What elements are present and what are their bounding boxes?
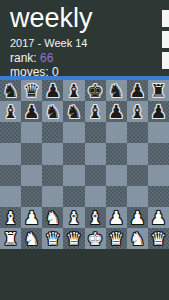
piece-white-queen: ♛ (45, 228, 61, 249)
piece-black-rook: ♜ (150, 80, 166, 101)
square-e4[interactable] (85, 165, 106, 186)
header: weekly 2017 - Week 14 rank: 66 moves: 0 (0, 0, 169, 76)
page-title: weekly (10, 3, 93, 34)
square-a5[interactable] (0, 143, 21, 164)
square-c6[interactable] (42, 122, 63, 143)
square-d1[interactable]: ♛ (63, 228, 84, 249)
piece-white-queen: ♛ (66, 228, 82, 249)
piece-white-queen: ♛ (150, 228, 166, 249)
square-g2[interactable]: ♟ (127, 207, 148, 228)
piece-white-pawn: ♟ (108, 207, 124, 228)
square-c2[interactable]: ♞ (42, 207, 63, 228)
square-e6[interactable] (85, 122, 106, 143)
square-e1[interactable]: ♚ (85, 228, 106, 249)
square-a6[interactable] (0, 122, 21, 143)
square-d4[interactable] (63, 165, 84, 186)
piece-black-bishop: ♝ (2, 101, 18, 122)
square-f1[interactable]: ♛ (106, 228, 127, 249)
piece-white-bishop: ♝ (66, 207, 82, 228)
square-h1[interactable]: ♛ (148, 228, 169, 249)
square-b4[interactable] (21, 165, 42, 186)
week-subtitle: 2017 - Week 14 (10, 37, 87, 49)
square-d6[interactable] (63, 122, 84, 143)
piece-white-rook: ♜ (2, 228, 18, 249)
piece-black-knight: ♞ (45, 101, 61, 122)
piece-black-bishop: ♝ (87, 101, 103, 122)
square-f5[interactable] (106, 143, 127, 164)
square-c8[interactable]: ♟ (42, 80, 63, 101)
rank-value: 66 (40, 51, 53, 65)
square-e8[interactable]: ♚ (85, 80, 106, 101)
square-c4[interactable] (42, 165, 63, 186)
square-b5[interactable] (21, 143, 42, 164)
square-g8[interactable]: ♟ (127, 80, 148, 101)
rank-label: rank: (10, 51, 40, 65)
app-screen: weekly 2017 - Week 14 rank: 66 moves: 0 … (0, 0, 169, 300)
square-d7[interactable]: ♞ (63, 101, 84, 122)
piece-black-pawn: ♟ (150, 101, 166, 122)
square-c7[interactable]: ♞ (42, 101, 63, 122)
square-g1[interactable]: ♞ (127, 228, 148, 249)
square-g6[interactable] (127, 122, 148, 143)
square-b8[interactable]: ♛ (21, 80, 42, 101)
square-b1[interactable]: ♞ (21, 228, 42, 249)
piece-white-bishop: ♝ (2, 207, 18, 228)
piece-white-knight: ♞ (45, 207, 61, 228)
square-e7[interactable]: ♝ (85, 101, 106, 122)
square-d2[interactable]: ♝ (63, 207, 84, 228)
square-b7[interactable]: ♟ (21, 101, 42, 122)
piece-black-pawn: ♟ (108, 101, 124, 122)
menu-bar-icon (162, 52, 169, 69)
piece-black-queen: ♛ (24, 80, 40, 101)
square-f7[interactable]: ♟ (106, 101, 127, 122)
menu-bar-icon (162, 31, 169, 48)
square-h7[interactable]: ♟ (148, 101, 169, 122)
square-c3[interactable] (42, 186, 63, 207)
square-f6[interactable] (106, 122, 127, 143)
square-a2[interactable]: ♝ (0, 207, 21, 228)
menu-button[interactable] (162, 10, 169, 73)
menu-bar-icon (162, 10, 169, 27)
square-a4[interactable] (0, 165, 21, 186)
square-g4[interactable] (127, 165, 148, 186)
piece-black-bishop: ♝ (129, 101, 145, 122)
square-d8[interactable]: ♝ (63, 80, 84, 101)
piece-black-pawn: ♟ (24, 101, 40, 122)
piece-white-pawn: ♟ (150, 207, 166, 228)
square-d5[interactable] (63, 143, 84, 164)
square-h8[interactable]: ♜ (148, 80, 169, 101)
piece-white-pawn: ♟ (129, 207, 145, 228)
square-f3[interactable] (106, 186, 127, 207)
piece-black-bishop: ♝ (66, 80, 82, 101)
piece-black-king: ♚ (87, 80, 103, 101)
rank-line: rank: 66 (10, 51, 53, 65)
piece-white-bishop: ♝ (87, 207, 103, 228)
square-g7[interactable]: ♝ (127, 101, 148, 122)
piece-black-knight: ♞ (108, 80, 124, 101)
square-d3[interactable] (63, 186, 84, 207)
piece-white-knight: ♞ (24, 228, 40, 249)
square-b6[interactable] (21, 122, 42, 143)
square-a3[interactable] (0, 186, 21, 207)
square-h2[interactable]: ♟ (148, 207, 169, 228)
piece-black-pawn: ♟ (129, 80, 145, 101)
piece-black-knight: ♞ (66, 101, 82, 122)
square-h3[interactable] (148, 186, 169, 207)
square-a7[interactable]: ♝ (0, 101, 21, 122)
square-f2[interactable]: ♟ (106, 207, 127, 228)
square-f8[interactable]: ♞ (106, 80, 127, 101)
square-h5[interactable] (148, 143, 169, 164)
piece-white-pawn: ♟ (24, 207, 40, 228)
square-h6[interactable] (148, 122, 169, 143)
piece-white-knight: ♞ (129, 228, 145, 249)
piece-black-pawn: ♟ (45, 80, 61, 101)
square-g5[interactable] (127, 143, 148, 164)
square-e5[interactable] (85, 143, 106, 164)
square-a1[interactable]: ♜ (0, 228, 21, 249)
piece-white-king: ♚ (87, 228, 103, 249)
square-g3[interactable] (127, 186, 148, 207)
chess-board: ♞♛♟♝♚♞♟♜♝♟♞♞♝♟♝♟♝♟♞♝♝♟♟♟♜♞♛♛♚♛♞♛ (0, 80, 169, 249)
square-f4[interactable] (106, 165, 127, 186)
square-c1[interactable]: ♛ (42, 228, 63, 249)
square-a8[interactable]: ♞ (0, 80, 21, 101)
square-e3[interactable] (85, 186, 106, 207)
square-h4[interactable] (148, 165, 169, 186)
square-c5[interactable] (42, 143, 63, 164)
square-b2[interactable]: ♟ (21, 207, 42, 228)
footer (0, 249, 169, 300)
piece-black-knight: ♞ (2, 80, 18, 101)
square-e2[interactable]: ♝ (85, 207, 106, 228)
piece-white-queen: ♛ (108, 228, 124, 249)
square-b3[interactable] (21, 186, 42, 207)
